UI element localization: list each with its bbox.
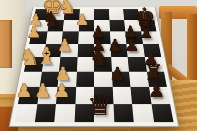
board-square[interactable]: [109, 9, 125, 20]
board-square[interactable]: [54, 104, 75, 122]
board-square[interactable]: [113, 104, 134, 122]
piece-black-pawn[interactable]: ♟: [148, 81, 165, 100]
piece-white-pawn[interactable]: ♟: [57, 37, 72, 54]
board-square[interactable]: [94, 9, 109, 20]
piece-white-pawn[interactable]: ♟: [26, 24, 40, 40]
piece-white-pawn[interactable]: ♟: [15, 81, 32, 100]
board-square[interactable]: [112, 87, 132, 104]
photo-scene: ♚♞♟♞♟♚♟♟♟♝♟♟♟♟♞♝♞♟♟♟♜♟♟♟♟♛: [0, 0, 197, 131]
board-square[interactable]: [132, 104, 154, 122]
piece-black-knight[interactable]: ♞: [88, 46, 108, 69]
piece-black-pawn[interactable]: ♟: [124, 37, 139, 54]
piece-black-pawn[interactable]: ♟: [109, 65, 125, 83]
piece-black-bishop[interactable]: ♝: [137, 19, 157, 41]
board-square[interactable]: [76, 71, 94, 87]
piece-white-pawn[interactable]: ♟: [75, 13, 89, 29]
piece-black-queen[interactable]: ♛: [87, 91, 113, 120]
piece-white-pawn[interactable]: ♟: [34, 81, 51, 100]
board-square[interactable]: [14, 104, 36, 122]
piece-black-knight[interactable]: ♞: [42, 8, 60, 28]
board-square[interactable]: [151, 104, 173, 122]
piece-black-pawn[interactable]: ♟: [108, 37, 123, 54]
piece-white-knight[interactable]: ♞: [59, 0, 77, 17]
board-square[interactable]: [34, 104, 56, 122]
piece-white-pawn[interactable]: ♟: [53, 81, 70, 100]
